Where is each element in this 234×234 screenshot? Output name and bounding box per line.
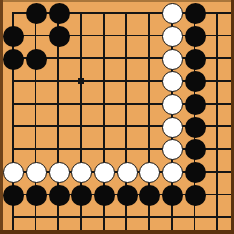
intersection[interactable] <box>138 206 161 229</box>
intersection[interactable] <box>70 161 93 184</box>
intersection[interactable] <box>93 161 116 184</box>
black-stone[interactable] <box>3 185 24 206</box>
intersection[interactable] <box>116 161 139 184</box>
intersection[interactable] <box>48 93 71 116</box>
intersection[interactable] <box>184 93 207 116</box>
intersection[interactable] <box>161 70 184 93</box>
intersection[interactable] <box>2 93 25 116</box>
intersection[interactable] <box>116 48 139 71</box>
intersection[interactable] <box>116 2 139 25</box>
intersection[interactable] <box>25 70 48 93</box>
intersection[interactable] <box>161 93 184 116</box>
black-stone[interactable] <box>185 185 206 206</box>
intersection[interactable] <box>184 206 207 229</box>
intersection[interactable] <box>25 161 48 184</box>
intersection[interactable] <box>138 93 161 116</box>
intersection[interactable] <box>93 2 116 25</box>
intersection[interactable] <box>138 48 161 71</box>
intersection[interactable] <box>93 48 116 71</box>
black-stone[interactable] <box>117 185 138 206</box>
intersection[interactable] <box>48 206 71 229</box>
black-stone[interactable] <box>49 3 70 24</box>
intersection[interactable] <box>25 138 48 161</box>
intersection[interactable] <box>161 184 184 207</box>
black-stone[interactable] <box>3 26 24 47</box>
intersection[interactable] <box>116 184 139 207</box>
white-stone[interactable] <box>162 94 183 115</box>
intersection[interactable] <box>184 70 207 93</box>
white-stone[interactable] <box>94 162 115 183</box>
intersection[interactable] <box>206 184 229 207</box>
intersection[interactable] <box>161 161 184 184</box>
intersection[interactable] <box>93 93 116 116</box>
intersection[interactable] <box>70 206 93 229</box>
black-stone[interactable] <box>3 49 24 70</box>
intersection[interactable] <box>138 70 161 93</box>
intersection[interactable] <box>48 116 71 139</box>
intersection[interactable] <box>25 206 48 229</box>
intersection[interactable] <box>2 25 25 48</box>
intersection[interactable] <box>48 138 71 161</box>
intersection[interactable] <box>184 184 207 207</box>
intersection[interactable] <box>48 25 71 48</box>
intersection[interactable] <box>206 206 229 229</box>
intersection[interactable] <box>70 70 93 93</box>
intersection[interactable] <box>138 116 161 139</box>
intersection[interactable] <box>25 48 48 71</box>
intersection[interactable] <box>25 116 48 139</box>
intersection[interactable] <box>93 70 116 93</box>
intersection[interactable] <box>161 206 184 229</box>
intersection[interactable] <box>138 161 161 184</box>
intersection[interactable] <box>184 2 207 25</box>
intersection[interactable] <box>206 116 229 139</box>
intersection[interactable] <box>161 25 184 48</box>
go-board[interactable] <box>0 0 234 234</box>
intersection[interactable] <box>48 48 71 71</box>
black-stone[interactable] <box>185 3 206 24</box>
black-stone[interactable] <box>49 185 70 206</box>
intersection[interactable] <box>48 70 71 93</box>
intersection[interactable] <box>2 116 25 139</box>
black-stone[interactable] <box>71 185 92 206</box>
intersection[interactable] <box>25 184 48 207</box>
black-stone[interactable] <box>185 162 206 183</box>
intersection[interactable] <box>138 25 161 48</box>
board-frame-left <box>0 0 3 234</box>
intersection[interactable] <box>138 184 161 207</box>
black-stone[interactable] <box>185 139 206 160</box>
intersection[interactable] <box>2 70 25 93</box>
intersection[interactable] <box>161 138 184 161</box>
black-stone[interactable] <box>26 185 47 206</box>
white-stone[interactable] <box>162 117 183 138</box>
intersection-grid <box>2 2 229 229</box>
intersection[interactable] <box>70 2 93 25</box>
intersection[interactable] <box>2 2 25 25</box>
intersection[interactable] <box>206 2 229 25</box>
white-stone[interactable] <box>3 162 24 183</box>
white-stone[interactable] <box>71 162 92 183</box>
white-stone[interactable] <box>117 162 138 183</box>
intersection[interactable] <box>70 138 93 161</box>
black-stone[interactable] <box>185 26 206 47</box>
intersection[interactable] <box>70 116 93 139</box>
intersection[interactable] <box>93 116 116 139</box>
intersection[interactable] <box>184 161 207 184</box>
intersection[interactable] <box>206 138 229 161</box>
intersection[interactable] <box>25 93 48 116</box>
intersection[interactable] <box>116 93 139 116</box>
intersection[interactable] <box>184 25 207 48</box>
intersection[interactable] <box>93 206 116 229</box>
intersection[interactable] <box>2 161 25 184</box>
white-stone[interactable] <box>162 49 183 70</box>
intersection[interactable] <box>138 2 161 25</box>
black-stone[interactable] <box>185 94 206 115</box>
intersection[interactable] <box>184 116 207 139</box>
intersection[interactable] <box>93 25 116 48</box>
intersection[interactable] <box>2 138 25 161</box>
white-stone[interactable] <box>162 162 183 183</box>
black-stone[interactable] <box>185 117 206 138</box>
intersection[interactable] <box>2 48 25 71</box>
black-stone[interactable] <box>26 3 47 24</box>
black-stone[interactable] <box>162 185 183 206</box>
board-frame-top <box>0 0 234 2</box>
intersection[interactable] <box>161 48 184 71</box>
intersection[interactable] <box>93 138 116 161</box>
black-stone[interactable] <box>26 49 47 70</box>
intersection[interactable] <box>161 116 184 139</box>
intersection[interactable] <box>48 184 71 207</box>
intersection[interactable] <box>161 2 184 25</box>
intersection[interactable] <box>93 184 116 207</box>
white-stone[interactable] <box>162 26 183 47</box>
intersection[interactable] <box>184 138 207 161</box>
board-frame-cut-bottom <box>0 230 234 234</box>
intersection[interactable] <box>116 206 139 229</box>
intersection[interactable] <box>25 25 48 48</box>
intersection[interactable] <box>48 2 71 25</box>
intersection[interactable] <box>2 206 25 229</box>
intersection[interactable] <box>116 70 139 93</box>
intersection[interactable] <box>70 48 93 71</box>
intersection[interactable] <box>116 116 139 139</box>
intersection[interactable] <box>184 48 207 71</box>
white-stone[interactable] <box>49 162 70 183</box>
white-stone[interactable] <box>139 162 160 183</box>
intersection[interactable] <box>25 2 48 25</box>
black-stone[interactable] <box>94 185 115 206</box>
intersection[interactable] <box>70 25 93 48</box>
intersection[interactable] <box>70 184 93 207</box>
white-stone[interactable] <box>162 71 183 92</box>
intersection[interactable] <box>116 138 139 161</box>
intersection[interactable] <box>206 48 229 71</box>
intersection[interactable] <box>138 138 161 161</box>
black-stone[interactable] <box>139 185 160 206</box>
intersection[interactable] <box>70 93 93 116</box>
intersection[interactable] <box>48 161 71 184</box>
white-stone[interactable] <box>26 162 47 183</box>
intersection[interactable] <box>206 93 229 116</box>
intersection[interactable] <box>2 184 25 207</box>
black-stone[interactable] <box>185 49 206 70</box>
board-frame-cut-right <box>231 0 234 234</box>
black-stone[interactable] <box>49 26 70 47</box>
intersection[interactable] <box>206 161 229 184</box>
intersection[interactable] <box>206 70 229 93</box>
intersection[interactable] <box>116 25 139 48</box>
white-stone[interactable] <box>162 139 183 160</box>
intersection[interactable] <box>206 25 229 48</box>
white-stone[interactable] <box>162 3 183 24</box>
black-stone[interactable] <box>185 71 206 92</box>
